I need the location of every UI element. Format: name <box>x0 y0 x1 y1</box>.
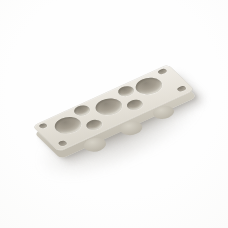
corner-screw-hole <box>176 85 186 92</box>
large-cable-hole <box>90 95 126 118</box>
small-cable-hole <box>71 103 93 117</box>
large-cable-hole <box>130 74 166 97</box>
small-cable-hole <box>83 118 105 132</box>
product-photo <box>0 0 228 228</box>
corner-screw-hole <box>157 68 167 75</box>
corner-screw-hole <box>38 123 48 130</box>
corner-screw-hole <box>58 140 68 147</box>
small-cable-hole <box>114 84 136 98</box>
large-cable-hole <box>49 114 85 137</box>
small-cable-hole <box>123 98 145 112</box>
